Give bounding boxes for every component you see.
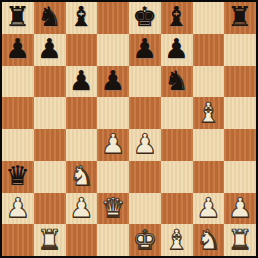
square-f1[interactable]: ♝ [161, 224, 193, 256]
square-c2[interactable]: ♟ [66, 193, 98, 225]
black-pawn-icon[interactable]: ♟ [38, 34, 62, 64]
square-c8[interactable]: ♝ [66, 2, 98, 34]
white-queen-icon[interactable]: ♛ [101, 193, 125, 223]
square-b2[interactable] [34, 193, 66, 225]
white-bishop-icon[interactable]: ♝ [165, 224, 189, 254]
square-a5[interactable] [2, 97, 34, 129]
square-c3[interactable]: ♞ [66, 161, 98, 193]
black-rook-icon[interactable]: ♜ [6, 2, 30, 32]
square-h8[interactable]: ♜ [224, 2, 256, 34]
square-d4[interactable]: ♟ [97, 129, 129, 161]
square-e2[interactable] [129, 193, 161, 225]
chess-board-window: ♜♞♝♚♝♜♟♟♟♟♟♟♞♝♟♟♛♞♟♟♛♟♟♜♚♝♞♜ [0, 0, 258, 258]
square-h1[interactable]: ♜ [224, 224, 256, 256]
square-b8[interactable]: ♞ [34, 2, 66, 34]
square-d7[interactable] [97, 34, 129, 66]
black-pawn-icon[interactable]: ♟ [165, 34, 189, 64]
square-c5[interactable] [66, 97, 98, 129]
square-e4[interactable]: ♟ [129, 129, 161, 161]
white-knight-icon[interactable]: ♞ [69, 161, 93, 191]
square-h4[interactable] [224, 129, 256, 161]
square-g8[interactable] [193, 2, 225, 34]
square-a2[interactable]: ♟ [2, 193, 34, 225]
white-king-icon[interactable]: ♚ [133, 224, 157, 254]
square-d5[interactable] [97, 97, 129, 129]
black-pawn-icon[interactable]: ♟ [133, 34, 157, 64]
white-pawn-icon[interactable]: ♟ [196, 193, 220, 223]
square-f2[interactable] [161, 193, 193, 225]
square-b3[interactable] [34, 161, 66, 193]
square-g1[interactable]: ♞ [193, 224, 225, 256]
square-g2[interactable]: ♟ [193, 193, 225, 225]
square-b5[interactable] [34, 97, 66, 129]
square-e3[interactable] [129, 161, 161, 193]
square-g6[interactable] [193, 66, 225, 98]
square-f3[interactable] [161, 161, 193, 193]
square-c1[interactable] [66, 224, 98, 256]
square-g7[interactable] [193, 34, 225, 66]
white-knight-icon[interactable]: ♞ [196, 224, 220, 254]
square-a4[interactable] [2, 129, 34, 161]
square-b7[interactable]: ♟ [34, 34, 66, 66]
black-bishop-icon[interactable]: ♝ [165, 2, 189, 32]
square-h2[interactable]: ♟ [224, 193, 256, 225]
square-b6[interactable] [34, 66, 66, 98]
square-e1[interactable]: ♚ [129, 224, 161, 256]
white-pawn-icon[interactable]: ♟ [228, 193, 252, 223]
square-e6[interactable] [129, 66, 161, 98]
square-d8[interactable] [97, 2, 129, 34]
square-c7[interactable] [66, 34, 98, 66]
square-d2[interactable]: ♛ [97, 193, 129, 225]
square-g5[interactable]: ♝ [193, 97, 225, 129]
square-f7[interactable]: ♟ [161, 34, 193, 66]
square-d6[interactable]: ♟ [97, 66, 129, 98]
square-h6[interactable] [224, 66, 256, 98]
black-pawn-icon[interactable]: ♟ [6, 34, 30, 64]
white-pawn-icon[interactable]: ♟ [101, 129, 125, 159]
square-c6[interactable]: ♟ [66, 66, 98, 98]
square-b1[interactable]: ♜ [34, 224, 66, 256]
square-c4[interactable] [66, 129, 98, 161]
square-g3[interactable] [193, 161, 225, 193]
square-a3[interactable]: ♛ [2, 161, 34, 193]
square-e7[interactable]: ♟ [129, 34, 161, 66]
square-f8[interactable]: ♝ [161, 2, 193, 34]
square-h7[interactable] [224, 34, 256, 66]
square-d1[interactable] [97, 224, 129, 256]
black-knight-icon[interactable]: ♞ [38, 2, 62, 32]
white-pawn-icon[interactable]: ♟ [133, 129, 157, 159]
chess-board[interactable]: ♜♞♝♚♝♜♟♟♟♟♟♟♞♝♟♟♛♞♟♟♛♟♟♜♚♝♞♜ [0, 0, 258, 258]
square-a6[interactable] [2, 66, 34, 98]
white-bishop-icon[interactable]: ♝ [196, 97, 220, 127]
square-a1[interactable] [2, 224, 34, 256]
square-a7[interactable]: ♟ [2, 34, 34, 66]
square-b4[interactable] [34, 129, 66, 161]
black-king-icon[interactable]: ♚ [133, 2, 157, 32]
white-pawn-icon[interactable]: ♟ [69, 193, 93, 223]
black-queen-icon[interactable]: ♛ [6, 161, 30, 191]
white-pawn-icon[interactable]: ♟ [6, 193, 30, 223]
black-rook-icon[interactable]: ♜ [228, 2, 252, 32]
black-knight-icon[interactable]: ♞ [165, 66, 189, 96]
white-rook-icon[interactable]: ♜ [38, 224, 62, 254]
square-d3[interactable] [97, 161, 129, 193]
square-g4[interactable] [193, 129, 225, 161]
black-pawn-icon[interactable]: ♟ [101, 66, 125, 96]
square-h5[interactable] [224, 97, 256, 129]
black-pawn-icon[interactable]: ♟ [69, 66, 93, 96]
square-f4[interactable] [161, 129, 193, 161]
square-a8[interactable]: ♜ [2, 2, 34, 34]
square-e5[interactable] [129, 97, 161, 129]
square-e8[interactable]: ♚ [129, 2, 161, 34]
square-f5[interactable] [161, 97, 193, 129]
square-h3[interactable] [224, 161, 256, 193]
black-bishop-icon[interactable]: ♝ [69, 2, 93, 32]
square-f6[interactable]: ♞ [161, 66, 193, 98]
white-rook-icon[interactable]: ♜ [228, 224, 252, 254]
